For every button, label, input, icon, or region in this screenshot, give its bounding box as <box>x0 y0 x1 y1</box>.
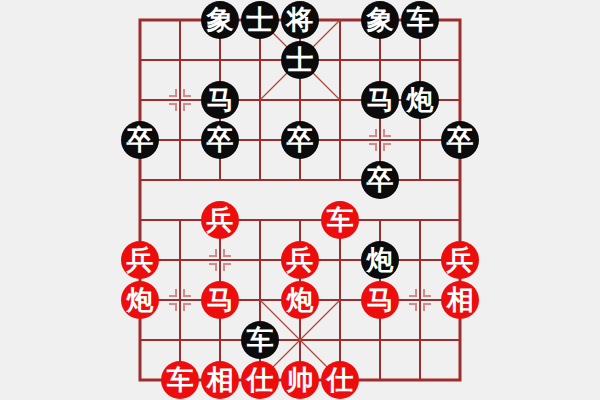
black-advisor-piece[interactable]: 士 <box>281 41 319 79</box>
red-cannon-piece[interactable]: 炮 <box>281 281 319 319</box>
black-soldier-piece[interactable]: 卒 <box>361 161 399 199</box>
red-soldier-piece[interactable]: 兵 <box>121 241 159 279</box>
xiangqi-app: 象士将象车士马马炮卒卒卒卒卒兵车兵兵炮兵炮马炮马相车车相仕帅仕 <box>0 0 600 400</box>
red-elephant-piece[interactable]: 相 <box>441 281 479 319</box>
red-horse-piece[interactable]: 马 <box>201 281 239 319</box>
red-advisor-piece[interactable]: 仕 <box>241 361 279 399</box>
red-king-piece[interactable]: 帅 <box>281 361 319 399</box>
black-horse-piece[interactable]: 马 <box>361 81 399 119</box>
red-cannon-piece[interactable]: 炮 <box>121 281 159 319</box>
black-soldier-piece[interactable]: 卒 <box>201 121 239 159</box>
black-soldier-piece[interactable]: 卒 <box>121 121 159 159</box>
black-king-piece[interactable]: 将 <box>281 1 319 39</box>
black-elephant-piece[interactable]: 象 <box>201 1 239 39</box>
black-chariot-piece[interactable]: 车 <box>241 321 279 359</box>
black-horse-piece[interactable]: 马 <box>201 81 239 119</box>
red-advisor-piece[interactable]: 仕 <box>321 361 359 399</box>
red-soldier-piece[interactable]: 兵 <box>441 241 479 279</box>
red-soldier-piece[interactable]: 兵 <box>201 201 239 239</box>
pieces-layer: 象士将象车士马马炮卒卒卒卒卒兵车兵兵炮兵炮马炮马相车车相仕帅仕 <box>120 0 480 400</box>
black-soldier-piece[interactable]: 卒 <box>441 121 479 159</box>
black-advisor-piece[interactable]: 士 <box>241 1 279 39</box>
black-cannon-piece[interactable]: 炮 <box>401 81 439 119</box>
red-soldier-piece[interactable]: 兵 <box>281 241 319 279</box>
red-chariot-piece[interactable]: 车 <box>321 201 359 239</box>
red-elephant-piece[interactable]: 相 <box>201 361 239 399</box>
red-chariot-piece[interactable]: 车 <box>161 361 199 399</box>
black-elephant-piece[interactable]: 象 <box>361 1 399 39</box>
black-cannon-piece[interactable]: 炮 <box>361 241 399 279</box>
red-horse-piece[interactable]: 马 <box>361 281 399 319</box>
black-chariot-piece[interactable]: 车 <box>401 1 439 39</box>
black-soldier-piece[interactable]: 卒 <box>281 121 319 159</box>
